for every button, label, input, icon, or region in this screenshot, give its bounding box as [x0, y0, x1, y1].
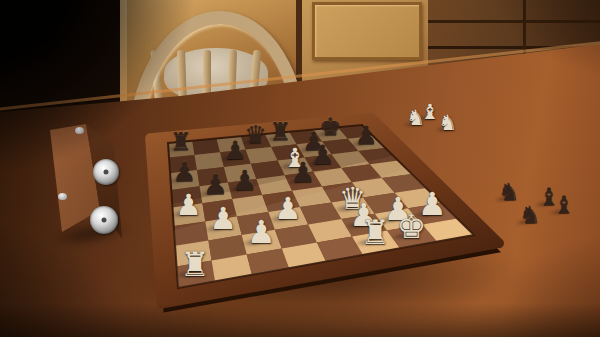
piece-black-pawn-c5[interactable]: ♟: [232, 167, 257, 195]
piece-white-king-g1[interactable]: ♚: [397, 210, 427, 243]
piece-black-rook-e8[interactable]: ♜: [269, 120, 291, 145]
piece-black-pawn-b5[interactable]: ♟: [203, 171, 228, 199]
piece-black-rook-a8[interactable]: ♜: [170, 130, 192, 155]
piece-white-rook-f1[interactable]: ♜: [361, 217, 391, 250]
captured-black-bishop[interactable]: ♝: [553, 193, 575, 217]
chess-clock: [44, 118, 134, 248]
captured-white-knight[interactable]: ♞: [407, 108, 426, 129]
piece-white-pawn-d3[interactable]: ♟: [274, 194, 301, 224]
captured-black-knight[interactable]: ♞: [519, 203, 541, 227]
piece-black-pawn-e5[interactable]: ♟: [290, 159, 315, 187]
clock-button: [58, 193, 67, 200]
captured-white-knight[interactable]: ♞: [439, 113, 458, 134]
clock-button: [75, 127, 84, 134]
piece-black-queen-d8[interactable]: ♛: [245, 122, 267, 147]
piece-white-pawn-a4[interactable]: ♟: [175, 192, 201, 221]
piece-black-pawn-a6[interactable]: ♟: [173, 159, 197, 186]
piece-white-pawn-b3[interactable]: ♟: [209, 205, 236, 235]
captured-black-knight[interactable]: ♞: [498, 180, 520, 204]
clock-dial-bottom: [90, 206, 118, 234]
piece-white-pawn-c2[interactable]: ♟: [247, 217, 275, 249]
clock-dial-top: [93, 159, 119, 185]
piece-white-rook-a1[interactable]: ♜: [180, 248, 210, 281]
square-b8[interactable]: [192, 139, 220, 155]
piece-black-pawn-h7[interactable]: ♟: [355, 123, 378, 149]
chess-game-scene: ♜♛♜♚♟♟♟♟♝♟♟♟♟♟♟♟♛♟♟♟♟♜♜♚♞♝♞♞♞♝♝: [0, 0, 600, 337]
piece-black-pawn-c7[interactable]: ♟: [224, 138, 247, 164]
